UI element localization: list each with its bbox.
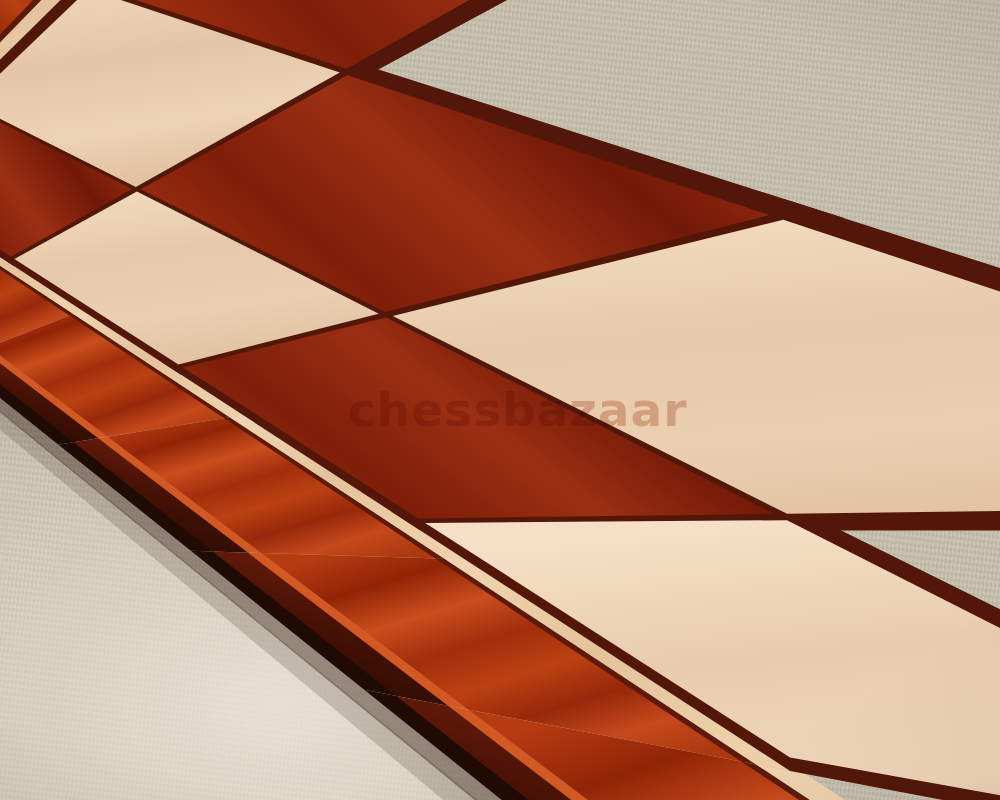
chess-board-photo: chessbazaar <box>0 0 1000 800</box>
chess-board <box>0 0 1000 800</box>
